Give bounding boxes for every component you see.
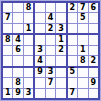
cell-r9c7-given[interactable]: 7 [68,89,77,98]
sudoku-board: 871423276584613241828193937597 [1,1,100,100]
cell-r8c9-given[interactable]: 9 [89,78,98,87]
cell-r8c8-empty[interactable] [78,78,87,87]
cell-r8c5-given[interactable]: 7 [46,78,55,87]
cell-r5c5-empty[interactable] [46,46,55,55]
sudoku-box-6: 182 [68,35,98,65]
sudoku-box-3: 2765 [68,3,98,33]
sudoku-box-2: 423 [35,3,65,33]
cell-r2c5-given[interactable]: 4 [46,13,55,22]
cell-r1c9-given[interactable]: 6 [89,3,98,12]
cell-r9c3-given[interactable]: 3 [24,89,33,98]
cell-r5c2-given[interactable]: 6 [13,46,22,55]
cell-r5c7-empty[interactable] [68,46,77,55]
cell-r8c6-empty[interactable] [56,78,65,87]
cell-r2c3-empty[interactable] [24,13,33,22]
cell-r9c4-empty[interactable] [35,89,44,98]
sudoku-box-9: 597 [68,68,98,98]
sudoku-box-7: 8193 [3,68,33,98]
cell-r1c5-empty[interactable] [46,3,55,12]
cell-r4c4-empty[interactable] [35,35,44,44]
cell-r2c9-empty[interactable] [89,13,98,22]
cell-r5c1-empty[interactable] [3,46,12,55]
cell-r3c8-empty[interactable] [78,24,87,33]
cell-r6c3-empty[interactable] [24,56,33,65]
cell-r3c6-given[interactable]: 3 [56,24,65,33]
cell-r2c8-given[interactable]: 5 [78,13,87,22]
cell-r8c4-empty[interactable] [35,78,44,87]
cell-r5c8-given[interactable]: 1 [78,46,87,55]
cell-r1c2-empty[interactable] [13,3,22,12]
cell-r6c1-empty[interactable] [3,56,12,65]
cell-r2c6-empty[interactable] [56,13,65,22]
cell-r2c7-empty[interactable] [68,13,77,22]
sudoku-box-5: 1324 [35,35,65,65]
cell-r7c2-empty[interactable] [13,68,22,77]
cell-r1c8-given[interactable]: 7 [78,3,87,12]
cell-r5c6-given[interactable]: 2 [56,46,65,55]
cell-r6c5-empty[interactable] [46,56,55,65]
cell-r7c4-given[interactable]: 9 [35,68,44,77]
cell-r5c4-given[interactable]: 3 [35,46,44,55]
cell-r1c6-empty[interactable] [56,3,65,12]
cell-r6c2-empty[interactable] [13,56,22,65]
cell-r6c7-empty[interactable] [68,56,77,65]
cell-r4c5-empty[interactable] [46,35,55,44]
cell-r3c7-empty[interactable] [68,24,77,33]
cell-r6c9-given[interactable]: 2 [89,56,98,65]
cell-r3c3-given[interactable]: 1 [24,24,33,33]
cell-r3c9-empty[interactable] [89,24,98,33]
cell-r1c7-given[interactable]: 2 [68,3,77,12]
cell-r4c2-given[interactable]: 4 [13,35,22,44]
cell-r1c4-empty[interactable] [35,3,44,12]
cell-r7c1-empty[interactable] [3,68,12,77]
sudoku-box-8: 937 [35,68,65,98]
cell-r4c9-empty[interactable] [89,35,98,44]
cell-r6c6-empty[interactable] [56,56,65,65]
cell-r4c6-given[interactable]: 1 [56,35,65,44]
cell-r8c1-empty[interactable] [3,78,12,87]
cell-r3c4-empty[interactable] [35,24,44,33]
cell-r8c7-empty[interactable] [68,78,77,87]
cell-r2c4-empty[interactable] [35,13,44,22]
cell-r9c1-given[interactable]: 1 [3,89,12,98]
cell-r7c7-given[interactable]: 5 [68,68,77,77]
cell-r3c2-empty[interactable] [13,24,22,33]
cell-r4c1-given[interactable]: 8 [3,35,12,44]
sudoku-app: 871423276584613241828193937597 [0,0,101,101]
cell-r6c8-given[interactable]: 8 [78,56,87,65]
cell-r7c3-empty[interactable] [24,68,33,77]
cell-r9c2-given[interactable]: 9 [13,89,22,98]
cell-r8c3-empty[interactable] [24,78,33,87]
cell-r2c1-given[interactable]: 7 [3,13,12,22]
cell-r1c3-given[interactable]: 8 [24,3,33,12]
cell-r8c2-given[interactable]: 8 [13,78,22,87]
cell-r9c6-empty[interactable] [56,89,65,98]
cell-r4c7-empty[interactable] [68,35,77,44]
sudoku-box-1: 871 [3,3,33,33]
cell-r9c5-empty[interactable] [46,89,55,98]
cell-r7c5-given[interactable]: 3 [46,68,55,77]
cell-r9c8-empty[interactable] [78,89,87,98]
cell-r3c1-empty[interactable] [3,24,12,33]
cell-r4c3-empty[interactable] [24,35,33,44]
cell-r7c9-empty[interactable] [89,68,98,77]
cell-r4c8-empty[interactable] [78,35,87,44]
cell-r7c8-empty[interactable] [78,68,87,77]
cell-r5c9-empty[interactable] [89,46,98,55]
cell-r6c4-given[interactable]: 4 [35,56,44,65]
sudoku-box-4: 846 [3,35,33,65]
cell-r5c3-empty[interactable] [24,46,33,55]
cell-r7c6-empty[interactable] [56,68,65,77]
cell-r2c2-empty[interactable] [13,13,22,22]
cell-r3c5-given[interactable]: 2 [46,24,55,33]
cell-r1c1-empty[interactable] [3,3,12,12]
cell-r9c9-empty[interactable] [89,89,98,98]
